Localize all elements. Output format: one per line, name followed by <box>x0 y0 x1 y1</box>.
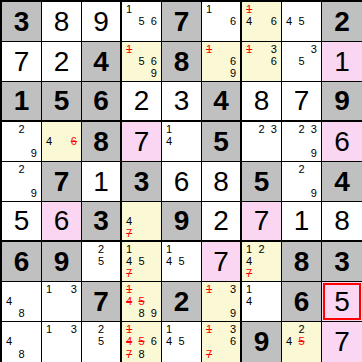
given-digit: 9 <box>162 202 201 240</box>
empty-candidate-slot <box>215 308 227 320</box>
empty-candidate-slot <box>295 175 307 187</box>
empty-candidate-slot <box>255 55 267 67</box>
given-digit: 6 <box>282 282 321 321</box>
cell-r7c7[interactable]: 1247 <box>242 242 282 282</box>
cell-r9c9[interactable]: 7 <box>322 322 362 362</box>
empty-candidate-slot <box>135 268 147 280</box>
empty-candidate-slot <box>135 43 147 55</box>
empty-candidate-slot <box>203 28 215 40</box>
empty-candidate-slot <box>215 15 227 27</box>
candidate-6: 6 <box>148 336 160 349</box>
cell-r8c8[interactable]: 6 <box>282 282 322 322</box>
candidates: 29 <box>282 162 321 201</box>
candidates: 14589 <box>122 282 161 321</box>
cell-r3c3[interactable]: 6 <box>82 82 122 122</box>
cell-r6c1[interactable]: 5 <box>2 202 42 242</box>
candidate-6: 6 <box>268 55 280 67</box>
empty-candidate-slot <box>68 336 80 349</box>
empty-candidate-slot <box>308 163 320 175</box>
empty-candidate-slot <box>268 283 280 295</box>
empty-candidate-slot <box>283 148 295 160</box>
solved-digit: 9 <box>82 2 120 41</box>
empty-candidate-slot <box>107 268 119 280</box>
cell-r6c8[interactable]: 1 <box>282 202 322 242</box>
sudoku-board: 3891567161464527241569816913635115623487… <box>0 0 362 362</box>
candidate-1: 1 <box>243 283 255 295</box>
empty-candidate-slot <box>283 323 295 336</box>
solved-digit: 7 <box>242 202 281 240</box>
candidate-1: 1 <box>163 123 175 135</box>
cell-r2c6[interactable]: 169 <box>202 42 242 82</box>
empty-candidate-slot <box>268 268 280 280</box>
candidate-4: 4 <box>283 15 295 27</box>
empty-candidate-slot <box>295 28 307 40</box>
cell-r4c1[interactable]: 29 <box>2 122 42 162</box>
cell-r8c3[interactable]: 7 <box>82 282 122 322</box>
cell-r3c4[interactable]: 2 <box>122 82 162 122</box>
cell-r6c5[interactable]: 9 <box>162 202 202 242</box>
candidates: 35 <box>282 42 321 81</box>
cell-r9c2[interactable]: 13 <box>42 322 82 362</box>
cell-r4c9[interactable]: 6 <box>322 122 362 162</box>
empty-candidate-slot <box>3 123 15 135</box>
empty-candidate-slot <box>107 336 119 349</box>
empty-candidate-slot <box>3 283 15 295</box>
empty-candidate-slot <box>107 323 119 336</box>
cell-r4c2[interactable]: 46 <box>42 122 82 162</box>
candidate-2: 2 <box>295 123 307 135</box>
cell-r1c5[interactable]: 7 <box>162 2 202 42</box>
cell-r8c5[interactable]: 2 <box>162 282 202 322</box>
candidate-4: 4 <box>163 336 175 349</box>
empty-candidate-slot <box>15 175 27 187</box>
empty-candidate-slot <box>255 43 267 55</box>
cell-r3c2[interactable]: 5 <box>42 82 82 122</box>
empty-candidate-slot <box>175 243 187 255</box>
empty-candidate-slot <box>188 323 200 336</box>
empty-candidate-slot <box>148 28 160 40</box>
cell-r1c6[interactable]: 16 <box>202 2 242 42</box>
candidate-4: 4 <box>3 336 15 349</box>
candidate-3: 3 <box>227 283 239 295</box>
cell-r1c1[interactable]: 3 <box>2 2 42 42</box>
candidates: 1367 <box>202 322 240 362</box>
eliminated-candidate-6: 6 <box>68 135 80 147</box>
cell-r3c7[interactable]: 8 <box>242 82 282 122</box>
cell-r8c2[interactable]: 13 <box>42 282 82 322</box>
empty-candidate-slot <box>283 3 295 15</box>
cell-r3c5[interactable]: 3 <box>162 82 202 122</box>
empty-candidate-slot <box>68 308 80 320</box>
cell-r1c2[interactable]: 8 <box>42 2 82 42</box>
empty-candidate-slot <box>123 308 135 320</box>
candidates: 48 <box>2 282 41 321</box>
empty-candidate-slot <box>135 243 147 255</box>
given-digit: 6 <box>82 82 120 120</box>
given-digit: 4 <box>322 162 362 201</box>
cell-r4c5[interactable]: 14 <box>162 122 202 162</box>
candidate-8: 8 <box>135 308 147 320</box>
cell-r4c3[interactable]: 8 <box>82 122 122 162</box>
candidate-1: 1 <box>163 243 175 255</box>
empty-candidate-slot <box>308 135 320 147</box>
cell-r8c1[interactable]: 48 <box>2 282 42 322</box>
empty-candidate-slot <box>243 55 255 67</box>
candidate-5: 5 <box>295 15 307 27</box>
candidate-3: 3 <box>68 323 80 336</box>
candidate-5: 5 <box>295 55 307 67</box>
candidate-5: 5 <box>95 336 107 349</box>
empty-candidate-slot <box>268 148 280 160</box>
solved-digit: 6 <box>162 162 201 201</box>
cell-r6c4[interactable]: 47 <box>122 202 162 242</box>
empty-candidate-slot <box>308 55 320 67</box>
solved-digit: 2 <box>122 82 161 120</box>
eliminated-candidate-4: 4 <box>123 295 135 307</box>
cell-r1c8[interactable]: 45 <box>282 2 322 42</box>
empty-candidate-slot <box>135 215 147 227</box>
candidates: 145678 <box>122 322 161 362</box>
empty-candidate-slot <box>55 323 67 336</box>
eliminated-candidate-1: 1 <box>123 43 135 55</box>
candidate-1: 1 <box>123 3 135 15</box>
empty-candidate-slot <box>148 255 160 267</box>
cell-r8c4[interactable]: 14589 <box>122 282 162 322</box>
cell-r2c3[interactable]: 4 <box>82 42 122 82</box>
cell-r2c4[interactable]: 1569 <box>122 42 162 82</box>
empty-candidate-slot <box>28 175 40 187</box>
empty-candidate-slot <box>227 28 239 40</box>
candidate-3: 3 <box>308 123 320 135</box>
empty-candidate-slot <box>135 203 147 215</box>
candidates: 13 <box>42 282 81 321</box>
candidate-8: 8 <box>135 348 147 361</box>
empty-candidate-slot <box>148 3 160 15</box>
empty-candidate-slot <box>215 323 227 336</box>
empty-candidate-slot <box>203 55 215 67</box>
empty-candidate-slot <box>255 135 267 147</box>
given-digit: 7 <box>42 162 81 201</box>
solved-digit: 5 <box>322 282 362 321</box>
empty-candidate-slot <box>175 268 187 280</box>
empty-candidate-slot <box>255 3 267 15</box>
candidate-8: 8 <box>15 308 27 320</box>
empty-candidate-slot <box>308 28 320 40</box>
cell-r7c4[interactable]: 1457 <box>122 242 162 282</box>
empty-candidate-slot <box>3 135 15 147</box>
empty-candidate-slot <box>28 336 40 349</box>
cell-r3c8[interactable]: 7 <box>282 82 322 122</box>
cell-r4c6[interactable]: 5 <box>202 122 242 162</box>
cell-r2c2[interactable]: 2 <box>42 42 82 82</box>
empty-candidate-slot <box>107 255 119 267</box>
given-digit: 5 <box>42 82 81 120</box>
empty-candidate-slot <box>215 283 227 295</box>
empty-candidate-slot <box>83 323 95 336</box>
candidate-9: 9 <box>28 188 40 200</box>
empty-candidate-slot <box>15 188 27 200</box>
cell-r5c9[interactable]: 4 <box>322 162 362 202</box>
candidate-2: 2 <box>295 323 307 336</box>
empty-candidate-slot <box>283 163 295 175</box>
cell-r6c6[interactable]: 2 <box>202 202 242 242</box>
empty-candidate-slot <box>283 28 295 40</box>
candidate-9: 9 <box>227 68 239 80</box>
cell-r1c4[interactable]: 156 <box>122 2 162 42</box>
cell-r2c9[interactable]: 1 <box>322 42 362 82</box>
empty-candidate-slot <box>175 323 187 336</box>
solved-digit: 8 <box>202 162 240 201</box>
eliminated-candidate-7: 7 <box>243 268 255 280</box>
empty-candidate-slot <box>148 283 160 295</box>
candidate-6: 6 <box>227 55 239 67</box>
empty-candidate-slot <box>3 323 15 336</box>
cell-r4c8[interactable]: 239 <box>282 122 322 162</box>
cell-r8c9[interactable]: 5 <box>322 282 362 322</box>
candidates: 239 <box>282 122 321 161</box>
solved-digit: 8 <box>42 2 81 41</box>
candidate-9: 9 <box>28 148 40 160</box>
cell-r7c3[interactable]: 25 <box>82 242 122 282</box>
empty-candidate-slot <box>175 135 187 147</box>
cell-r9c6[interactable]: 1367 <box>202 322 242 362</box>
empty-candidate-slot <box>135 3 147 15</box>
empty-candidate-slot <box>215 295 227 307</box>
empty-candidate-slot <box>28 283 40 295</box>
empty-candidate-slot <box>295 68 307 80</box>
empty-candidate-slot <box>295 43 307 55</box>
empty-candidate-slot <box>148 348 160 361</box>
cell-r5c3[interactable]: 1 <box>82 162 122 202</box>
candidate-4: 4 <box>163 135 175 147</box>
empty-candidate-slot <box>308 323 320 336</box>
empty-candidate-slot <box>68 123 80 135</box>
candidate-4: 4 <box>163 255 175 267</box>
empty-candidate-slot <box>255 15 267 27</box>
cell-r1c7[interactable]: 146 <box>242 2 282 42</box>
empty-candidate-slot <box>308 336 320 349</box>
candidate-5: 5 <box>135 55 147 67</box>
empty-candidate-slot <box>255 68 267 80</box>
empty-candidate-slot <box>15 295 27 307</box>
cell-r9c5[interactable]: 145 <box>162 322 202 362</box>
candidates: 29 <box>2 122 41 161</box>
given-digit: 8 <box>82 122 120 161</box>
empty-candidate-slot <box>95 268 107 280</box>
candidate-3: 3 <box>68 283 80 295</box>
cell-r5c4[interactable]: 3 <box>122 162 162 202</box>
cell-r1c9[interactable]: 2 <box>322 2 362 42</box>
cell-r6c9[interactable]: 8 <box>322 202 362 242</box>
candidates: 14 <box>162 122 201 161</box>
eliminated-candidate-1: 1 <box>243 43 255 55</box>
empty-candidate-slot <box>203 308 215 320</box>
cell-r8c6[interactable]: 139 <box>202 282 242 322</box>
empty-candidate-slot <box>43 348 55 361</box>
empty-candidate-slot <box>28 348 40 361</box>
candidates: 45 <box>282 2 321 41</box>
cell-r3c1[interactable]: 1 <box>2 82 42 122</box>
candidates: 46 <box>42 122 81 161</box>
candidate-2: 2 <box>255 243 267 255</box>
empty-candidate-slot <box>15 323 27 336</box>
empty-candidate-slot <box>135 227 147 239</box>
cell-r2c8[interactable]: 35 <box>282 42 322 82</box>
cell-r7c6[interactable]: 7 <box>202 242 242 282</box>
candidate-2: 2 <box>15 163 27 175</box>
candidate-1: 1 <box>123 243 135 255</box>
candidate-5: 5 <box>135 255 147 267</box>
cell-r2c5[interactable]: 8 <box>162 42 202 82</box>
candidate-6: 6 <box>148 15 160 27</box>
candidate-3: 3 <box>268 43 280 55</box>
empty-candidate-slot <box>295 188 307 200</box>
empty-candidate-slot <box>123 55 135 67</box>
empty-candidate-slot <box>3 188 15 200</box>
solved-digit: 7 <box>282 82 321 120</box>
cell-r5c7[interactable]: 5 <box>242 162 282 202</box>
cell-r5c6[interactable]: 8 <box>202 162 242 202</box>
empty-candidate-slot <box>3 308 15 320</box>
empty-candidate-slot <box>68 148 80 160</box>
cell-r3c6[interactable]: 4 <box>202 82 242 122</box>
candidate-6: 6 <box>148 55 160 67</box>
cell-r9c8[interactable]: 245 <box>282 322 322 362</box>
empty-candidate-slot <box>268 243 280 255</box>
cell-r9c3[interactable]: 25 <box>82 322 122 362</box>
empty-candidate-slot <box>188 348 200 361</box>
empty-candidate-slot <box>15 283 27 295</box>
empty-candidate-slot <box>283 188 295 200</box>
empty-candidate-slot <box>188 336 200 349</box>
solved-digit: 3 <box>162 82 201 120</box>
empty-candidate-slot <box>55 348 67 361</box>
eliminated-candidate-1: 1 <box>203 283 215 295</box>
empty-candidate-slot <box>55 308 67 320</box>
candidates: 146 <box>242 2 281 41</box>
cell-r1c3[interactable]: 9 <box>82 2 122 42</box>
candidate-3: 3 <box>227 323 239 336</box>
cell-r7c5[interactable]: 145 <box>162 242 202 282</box>
cell-r2c1[interactable]: 7 <box>2 42 42 82</box>
given-digit: 3 <box>122 162 161 201</box>
cell-r2c7[interactable]: 136 <box>242 42 282 82</box>
empty-candidate-slot <box>243 308 255 320</box>
cell-r4c4[interactable]: 7 <box>122 122 162 162</box>
solved-digit: 6 <box>322 122 362 161</box>
eliminated-candidate-1: 1 <box>203 323 215 336</box>
given-digit: 4 <box>82 42 120 81</box>
empty-candidate-slot <box>243 123 255 135</box>
cell-r6c3[interactable]: 3 <box>82 202 122 242</box>
empty-candidate-slot <box>15 148 27 160</box>
cell-r6c7[interactable]: 7 <box>242 202 282 242</box>
empty-candidate-slot <box>123 28 135 40</box>
empty-candidate-slot <box>188 268 200 280</box>
empty-candidate-slot <box>43 308 55 320</box>
empty-candidate-slot <box>148 295 160 307</box>
candidates: 25 <box>82 242 120 281</box>
empty-candidate-slot <box>43 148 55 160</box>
solved-digit: 7 <box>2 42 41 81</box>
cell-r7c9[interactable]: 3 <box>322 242 362 282</box>
empty-candidate-slot <box>308 3 320 15</box>
eliminated-candidate-7: 7 <box>123 268 135 280</box>
empty-candidate-slot <box>28 135 40 147</box>
candidates: 25 <box>82 322 120 362</box>
eliminated-candidate-1: 1 <box>243 3 255 15</box>
empty-candidate-slot <box>55 336 67 349</box>
candidates: 14 <box>242 282 281 321</box>
solved-digit: 2 <box>42 42 81 81</box>
cell-r8c7[interactable]: 14 <box>242 282 282 322</box>
cell-r6c2[interactable]: 6 <box>42 202 82 242</box>
empty-candidate-slot <box>243 135 255 147</box>
empty-candidate-slot <box>163 348 175 361</box>
empty-candidate-slot <box>148 43 160 55</box>
empty-candidate-slot <box>83 255 95 267</box>
cell-r7c2[interactable]: 9 <box>42 242 82 282</box>
empty-candidate-slot <box>83 348 95 361</box>
candidate-9: 9 <box>227 308 239 320</box>
candidates: 1457 <box>122 242 161 281</box>
empty-candidate-slot <box>268 255 280 267</box>
empty-candidate-slot <box>255 308 267 320</box>
cell-r7c1[interactable]: 6 <box>2 242 42 282</box>
given-digit: 8 <box>162 42 201 81</box>
given-digit: 7 <box>162 2 201 41</box>
cell-r5c2[interactable]: 7 <box>42 162 82 202</box>
solved-digit: 6 <box>42 202 81 240</box>
empty-candidate-slot <box>83 336 95 349</box>
empty-candidate-slot <box>268 68 280 80</box>
cell-r5c8[interactable]: 29 <box>282 162 322 202</box>
empty-candidate-slot <box>308 15 320 27</box>
cell-r7c8[interactable]: 8 <box>282 242 322 282</box>
empty-candidate-slot <box>215 43 227 55</box>
cell-r9c4[interactable]: 145678 <box>122 322 162 362</box>
candidate-5: 5 <box>175 255 187 267</box>
solved-digit: 5 <box>2 202 41 240</box>
empty-candidate-slot <box>255 148 267 160</box>
cell-r5c5[interactable]: 6 <box>162 162 202 202</box>
candidate-9: 9 <box>148 308 160 320</box>
cell-r3c9[interactable]: 9 <box>322 82 362 122</box>
empty-candidate-slot <box>123 15 135 27</box>
empty-candidate-slot <box>68 295 80 307</box>
candidates: 145 <box>162 242 201 281</box>
solved-digit: 8 <box>242 82 281 120</box>
cell-r9c1[interactable]: 48 <box>2 322 42 362</box>
empty-candidate-slot <box>215 68 227 80</box>
candidate-5: 5 <box>95 255 107 267</box>
candidates: 245 <box>282 322 321 362</box>
empty-candidate-slot <box>188 243 200 255</box>
empty-candidate-slot <box>243 68 255 80</box>
given-digit: 1 <box>2 82 41 120</box>
empty-candidate-slot <box>135 283 147 295</box>
empty-candidate-slot <box>43 123 55 135</box>
candidates: 13 <box>42 322 81 362</box>
empty-candidate-slot <box>227 295 239 307</box>
cell-r9c7[interactable]: 9 <box>242 322 282 362</box>
candidate-1: 1 <box>243 243 255 255</box>
cell-r4c7[interactable]: 23 <box>242 122 282 162</box>
eliminated-candidate-5: 5 <box>295 336 307 349</box>
candidate-1: 1 <box>203 3 215 15</box>
empty-candidate-slot <box>3 175 15 187</box>
cell-r5c1[interactable]: 29 <box>2 162 42 202</box>
